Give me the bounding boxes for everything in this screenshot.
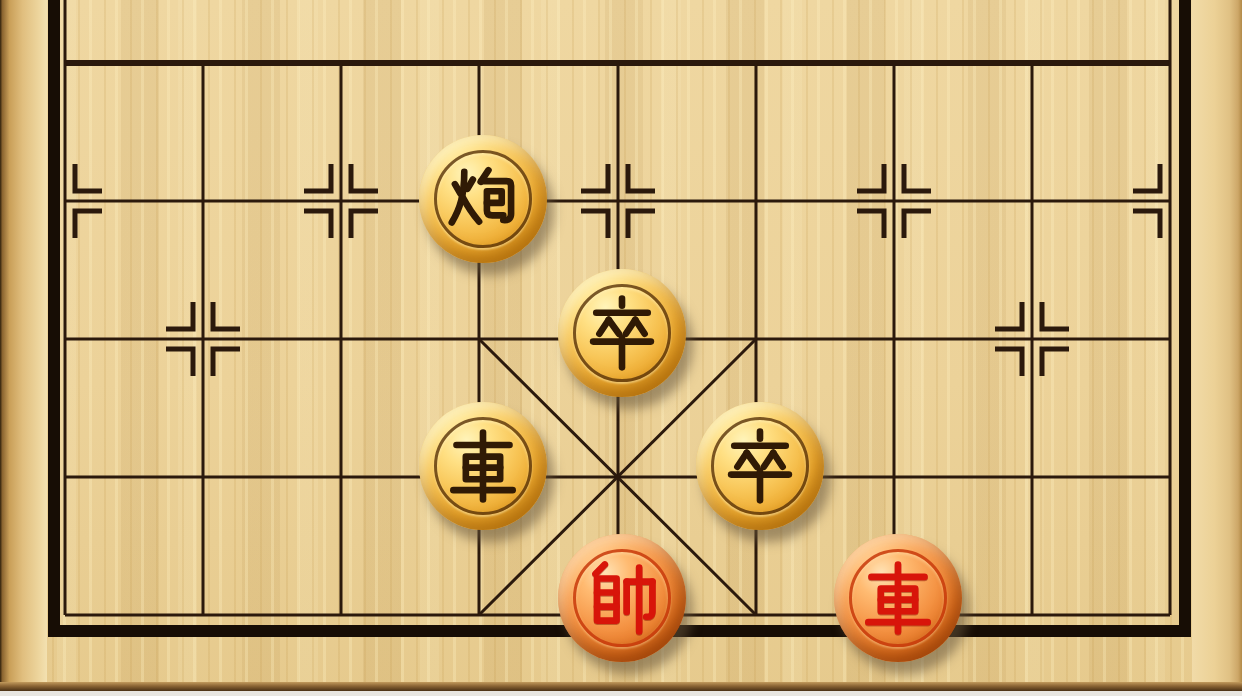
app-background-strip [0,691,1242,696]
xiangqi-board[interactable] [0,0,1242,696]
piece-black-cannon[interactable] [419,135,547,263]
black-cannon-glyph [444,160,522,238]
board-bevel-bottom [0,682,1242,691]
piece-red-general[interactable] [558,534,686,662]
black-pawn-f-glyph [721,427,799,505]
red-general-glyph [583,559,661,637]
piece-black-pawn-f[interactable] [696,402,824,530]
piece-black-pawn-e[interactable] [558,269,686,397]
piece-red-chariot[interactable] [834,534,962,662]
red-chariot-glyph [859,559,937,637]
black-chariot-glyph [444,427,522,505]
black-pawn-e-glyph [583,294,661,372]
piece-black-chariot[interactable] [419,402,547,530]
